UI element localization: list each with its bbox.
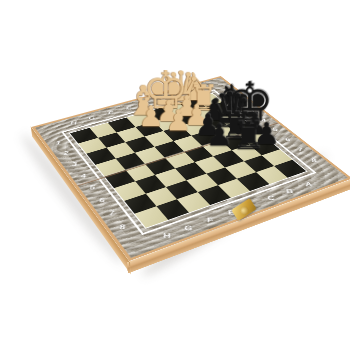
coordinate-label: 2 (238, 100, 243, 105)
coordinate-label: 1 (228, 92, 233, 96)
coordinate-label: G (88, 115, 95, 120)
coordinate-label: B (177, 92, 183, 96)
product-photo-stage: HH11GG22FF33EE44DD55CC66BB77AA88 ♝♚♛♞♟♟♟… (0, 0, 350, 350)
coordinate-label: 1 (55, 140, 61, 145)
coordinate-label: 5 (272, 127, 278, 132)
coordinate-label: 3 (249, 109, 254, 114)
chess-board: HH11GG22FF33EE44DD55CC66BB77AA88 ♝♚♛♞♟♟♟… (31, 76, 350, 261)
coordinate-label: F (107, 110, 113, 115)
scene: HH11GG22FF33EE44DD55CC66BB77AA88 ♝♚♛♞♟♟♟… (0, 0, 350, 350)
coordinate-label: 4 (260, 118, 266, 123)
coordinate-label: C (160, 96, 166, 100)
coordinate-label: A (193, 87, 199, 91)
coordinate-label: H (70, 120, 77, 125)
coordinate-label: 6 (284, 137, 290, 142)
coordinate-label: E (125, 105, 131, 110)
coordinate-label: D (143, 101, 149, 106)
